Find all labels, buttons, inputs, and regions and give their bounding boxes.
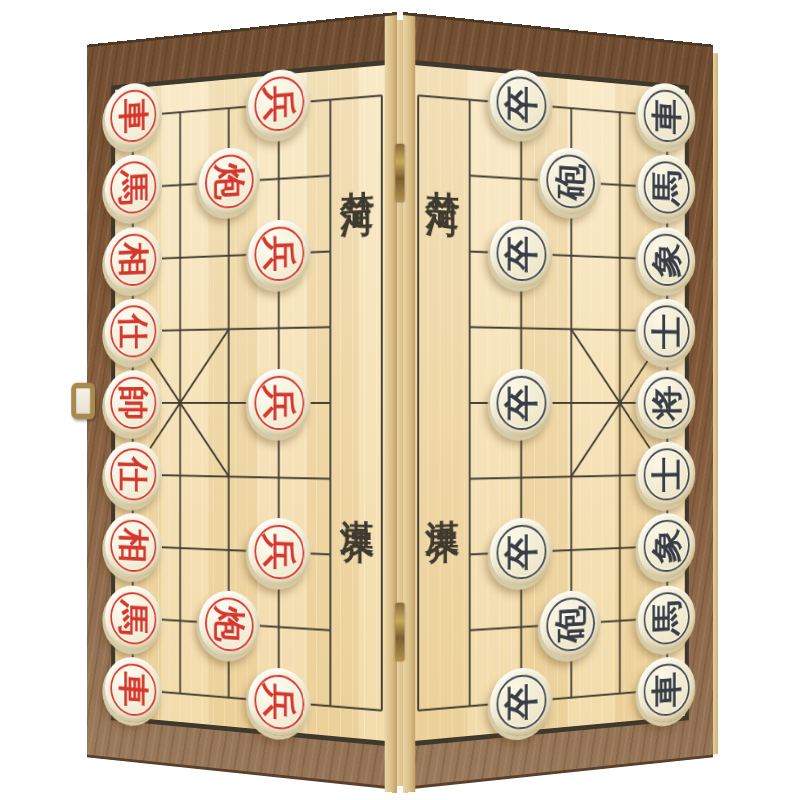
piece-black-advisor[interactable]: 士 (638, 442, 695, 508)
piece-black-soldier[interactable]: 卒 (490, 666, 552, 739)
piece-character: 馬 (104, 584, 161, 653)
piece-black-horse[interactable]: 馬 (638, 153, 695, 222)
piece-black-chariot[interactable]: 車 (638, 81, 695, 151)
board-left-half-red: 楚河 漢界 車馬相仕帥仕相馬車炮炮兵兵兵兵兵 (87, 12, 397, 790)
piece-black-cannon[interactable]: 砲 (541, 589, 602, 660)
piece-black-soldier[interactable]: 卒 (490, 369, 552, 437)
hinge-icon (396, 144, 405, 202)
product-photo-scene: 楚河 漢界 車馬相仕帥仕相馬車炮炮兵兵兵兵兵 (0, 0, 800, 800)
piece-character: 兵 (248, 218, 310, 288)
piece-black-soldier[interactable]: 卒 (490, 218, 552, 288)
piece-character: 卒 (490, 218, 552, 288)
piece-red-soldier[interactable]: 兵 (248, 67, 310, 140)
piece-red-cannon[interactable]: 炮 (199, 589, 260, 660)
fold-rail (385, 15, 397, 793)
piece-red-advisor[interactable]: 仕 (104, 442, 161, 508)
piece-black-soldier[interactable]: 卒 (490, 67, 552, 140)
piece-character: 卒 (490, 666, 552, 739)
piece-character: 馬 (104, 153, 161, 222)
piece-red-cannon[interactable]: 炮 (199, 146, 260, 217)
piece-red-soldier[interactable]: 兵 (248, 517, 310, 587)
piece-red-horse[interactable]: 馬 (104, 153, 161, 222)
piece-character: 卒 (490, 67, 552, 140)
piece-character: 士 (638, 442, 695, 508)
piece-red-elephant[interactable]: 相 (104, 226, 161, 293)
piece-red-horse[interactable]: 馬 (104, 584, 161, 653)
piece-red-soldier[interactable]: 兵 (248, 666, 310, 739)
piece-character: 士 (638, 298, 695, 364)
piece-red-general[interactable]: 帥 (104, 370, 161, 436)
piece-character: 象 (638, 513, 695, 580)
piece-character: 兵 (248, 369, 310, 437)
piece-character: 砲 (541, 589, 602, 660)
piece-character: 卒 (490, 369, 552, 437)
black-territory-surface: 楚河 漢界 卒卒卒卒卒砲砲車馬象士将士象馬車 (415, 60, 688, 746)
piece-character: 炮 (199, 146, 260, 217)
piece-black-elephant[interactable]: 象 (638, 226, 695, 293)
piece-black-soldier[interactable]: 卒 (490, 517, 552, 587)
board-right-half-black: 楚河 漢界 卒卒卒卒卒砲砲車馬象士将士象馬車 (403, 12, 713, 790)
piece-character: 仕 (104, 298, 161, 364)
piece-character: 兵 (248, 67, 310, 140)
piece-character: 兵 (248, 517, 310, 587)
piece-character: 炮 (199, 589, 260, 660)
piece-red-chariot[interactable]: 車 (104, 81, 161, 151)
piece-red-advisor[interactable]: 仕 (104, 298, 161, 364)
piece-red-soldier[interactable]: 兵 (248, 369, 310, 437)
piece-red-elephant[interactable]: 相 (104, 513, 161, 580)
piece-character: 砲 (541, 146, 602, 217)
panel-side-edge (713, 53, 718, 755)
piece-character: 将 (638, 370, 695, 436)
piece-red-chariot[interactable]: 車 (104, 655, 161, 725)
red-territory-surface: 楚河 漢界 車馬相仕帥仕相馬車炮炮兵兵兵兵兵 (111, 60, 384, 746)
piece-character: 車 (104, 655, 161, 725)
piece-character: 車 (638, 655, 695, 725)
piece-black-advisor[interactable]: 士 (638, 298, 695, 364)
piece-character: 車 (638, 81, 695, 151)
piece-character: 帥 (104, 370, 161, 436)
piece-character: 車 (104, 81, 161, 151)
piece-black-chariot[interactable]: 車 (638, 655, 695, 725)
fold-rail (403, 15, 415, 793)
black-piece-layer: 卒卒卒卒卒砲砲車馬象士将士象馬車 (415, 65, 684, 741)
piece-character: 卒 (490, 517, 552, 587)
piece-black-cannon[interactable]: 砲 (541, 146, 602, 217)
piece-black-general[interactable]: 将 (638, 370, 695, 436)
piece-character: 馬 (638, 153, 695, 222)
piece-character: 相 (104, 226, 161, 293)
red-piece-layer: 車馬相仕帥仕相馬車炮炮兵兵兵兵兵 (115, 65, 384, 741)
piece-character: 相 (104, 513, 161, 580)
piece-red-soldier[interactable]: 兵 (248, 218, 310, 288)
piece-character: 象 (638, 226, 695, 293)
piece-character: 馬 (638, 584, 695, 653)
piece-black-elephant[interactable]: 象 (638, 513, 695, 580)
xiangqi-folding-board: 楚河 漢界 車馬相仕帥仕相馬車炮炮兵兵兵兵兵 (38, 12, 762, 790)
piece-character: 仕 (104, 442, 161, 508)
piece-black-horse[interactable]: 馬 (638, 584, 695, 653)
hinge-icon (396, 603, 405, 661)
piece-character: 兵 (248, 666, 310, 739)
brass-clasp (71, 383, 95, 420)
